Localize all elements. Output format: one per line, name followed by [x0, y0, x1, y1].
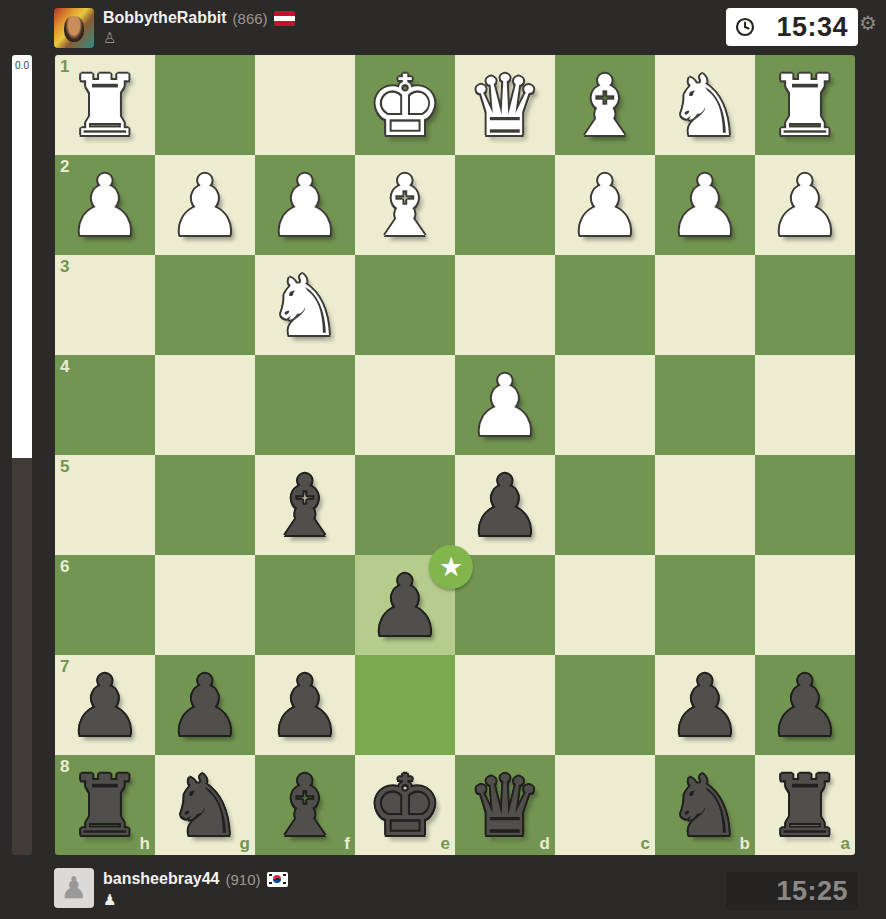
- piece-wP[interactable]: ♟: [555, 155, 655, 255]
- piece-wP[interactable]: ♟: [655, 155, 755, 255]
- piece-wR[interactable]: ♜: [55, 55, 155, 155]
- best-move-star-badge: ★: [429, 545, 473, 589]
- square-d8[interactable]: d♛: [455, 755, 555, 855]
- square-c7[interactable]: [555, 655, 655, 755]
- piece-wP[interactable]: ♟: [55, 155, 155, 255]
- square-f7[interactable]: ♟: [255, 655, 355, 755]
- square-d4[interactable]: ♟: [455, 355, 555, 455]
- rank-label-3: 3: [60, 257, 69, 277]
- top-clock-time: 15:34: [755, 12, 858, 43]
- piece-wN[interactable]: ♞: [655, 55, 755, 155]
- rank-label-5: 5: [60, 457, 69, 477]
- square-h8[interactable]: 8h♜: [55, 755, 155, 855]
- piece-wP[interactable]: ♟: [755, 155, 855, 255]
- square-b7[interactable]: ♟: [655, 655, 755, 755]
- eval-bar: 0.0: [12, 55, 32, 855]
- piece-bN[interactable]: ♞: [655, 755, 755, 855]
- piece-wN[interactable]: ♞: [255, 255, 355, 355]
- square-e2[interactable]: ♝: [355, 155, 455, 255]
- piece-bP[interactable]: ♟: [255, 655, 355, 755]
- square-f8[interactable]: f♝: [255, 755, 355, 855]
- square-h6[interactable]: 6: [55, 555, 155, 655]
- bottom-clock-time: 15:25: [726, 876, 858, 907]
- square-c3[interactable]: [555, 255, 655, 355]
- piece-bP[interactable]: ♟: [655, 655, 755, 755]
- piece-wP[interactable]: ♟: [455, 355, 555, 455]
- file-label-c: c: [641, 834, 650, 854]
- square-e7[interactable]: [355, 655, 455, 755]
- austria-flag-icon: [274, 11, 295, 26]
- piece-wB[interactable]: ♝: [355, 155, 455, 255]
- square-b5[interactable]: [655, 455, 755, 555]
- square-c6[interactable]: [555, 555, 655, 655]
- top-player-name[interactable]: BobbytheRabbit: [103, 9, 227, 27]
- piece-bP[interactable]: ♟: [55, 655, 155, 755]
- square-g4[interactable]: [155, 355, 255, 455]
- square-e1[interactable]: ♚: [355, 55, 455, 155]
- square-a1[interactable]: ♜: [755, 55, 855, 155]
- south-korea-flag-icon: [267, 872, 288, 887]
- square-c2[interactable]: ♟: [555, 155, 655, 255]
- square-d5[interactable]: ♟: [455, 455, 555, 555]
- piece-wR[interactable]: ♜: [755, 55, 855, 155]
- square-b3[interactable]: [655, 255, 755, 355]
- square-b8[interactable]: b♞: [655, 755, 755, 855]
- square-b1[interactable]: ♞: [655, 55, 755, 155]
- eval-bar-white-section: 0.0: [12, 55, 32, 458]
- square-g5[interactable]: [155, 455, 255, 555]
- gear-icon[interactable]: ⚙: [859, 13, 877, 33]
- square-a8[interactable]: a♜: [755, 755, 855, 855]
- square-e8[interactable]: e♚: [355, 755, 455, 855]
- piece-bB[interactable]: ♝: [255, 755, 355, 855]
- square-h1[interactable]: 1♜: [55, 55, 155, 155]
- piece-wP[interactable]: ♟: [255, 155, 355, 255]
- top-player-avatar[interactable]: [54, 8, 94, 48]
- piece-bQ[interactable]: ♛: [455, 755, 555, 855]
- square-d7[interactable]: [455, 655, 555, 755]
- square-f1[interactable]: [255, 55, 355, 155]
- captured-black-pawn-icon: ♙: [103, 31, 116, 46]
- square-a2[interactable]: ♟: [755, 155, 855, 255]
- default-avatar-pawn-icon: ♟: [61, 868, 88, 908]
- square-a5[interactable]: [755, 455, 855, 555]
- square-c8[interactable]: c: [555, 755, 655, 855]
- square-h3[interactable]: 3: [55, 255, 155, 355]
- eval-score: 0.0: [12, 55, 32, 71]
- square-h2[interactable]: 2♟: [55, 155, 155, 255]
- square-f2[interactable]: ♟: [255, 155, 355, 255]
- piece-wP[interactable]: ♟: [155, 155, 255, 255]
- rank-label-4: 4: [60, 357, 69, 377]
- rank-label-6: 6: [60, 557, 69, 577]
- piece-bR[interactable]: ♜: [755, 755, 855, 855]
- square-e5[interactable]: [355, 455, 455, 555]
- square-f3[interactable]: ♞: [255, 255, 355, 355]
- bottom-player-clock: 15:25: [726, 872, 858, 910]
- square-g8[interactable]: g♞: [155, 755, 255, 855]
- square-f6[interactable]: [255, 555, 355, 655]
- bottom-player-rating: (910): [226, 871, 261, 888]
- chess-board: 1♜♚♛♝♞♜2♟♟♟♝♟♟♟3♞4♟5♝♟6♟7♟♟♟♟♟8h♜g♞f♝e♚d…: [55, 55, 855, 855]
- bottom-player-avatar[interactable]: ♟: [54, 868, 94, 908]
- square-b2[interactable]: ♟: [655, 155, 755, 255]
- square-g6[interactable]: [155, 555, 255, 655]
- piece-bB[interactable]: ♝: [255, 455, 355, 555]
- piece-bP[interactable]: ♟: [455, 455, 555, 555]
- square-g3[interactable]: [155, 255, 255, 355]
- square-e3[interactable]: [355, 255, 455, 355]
- square-g2[interactable]: ♟: [155, 155, 255, 255]
- square-b4[interactable]: [655, 355, 755, 455]
- square-h4[interactable]: 4: [55, 355, 155, 455]
- square-h5[interactable]: 5: [55, 455, 155, 555]
- square-d3[interactable]: [455, 255, 555, 355]
- piece-bP[interactable]: ♟: [155, 655, 255, 755]
- piece-bN[interactable]: ♞: [155, 755, 255, 855]
- square-d1[interactable]: ♛: [455, 55, 555, 155]
- square-d2[interactable]: [455, 155, 555, 255]
- piece-wK[interactable]: ♚: [355, 55, 455, 155]
- piece-wB[interactable]: ♝: [555, 55, 655, 155]
- top-player-clock: 15:34: [726, 8, 858, 46]
- square-f4[interactable]: [255, 355, 355, 455]
- captured-white-pawn-icon: ♟: [103, 893, 116, 908]
- star-icon: ★: [439, 545, 463, 589]
- square-c4[interactable]: [555, 355, 655, 455]
- piece-wQ[interactable]: ♛: [455, 55, 555, 155]
- square-e4[interactable]: [355, 355, 455, 455]
- piece-bK[interactable]: ♚: [355, 755, 455, 855]
- square-g1[interactable]: [155, 55, 255, 155]
- square-a4[interactable]: [755, 355, 855, 455]
- top-player-rating: (866): [233, 10, 268, 27]
- piece-bP[interactable]: ♟: [755, 655, 855, 755]
- piece-bR[interactable]: ♜: [55, 755, 155, 855]
- square-a6[interactable]: [755, 555, 855, 655]
- square-g7[interactable]: ♟: [155, 655, 255, 755]
- bottom-player-info: bansheebray44 (910): [103, 870, 288, 888]
- square-c1[interactable]: ♝: [555, 55, 655, 155]
- clock-icon: [735, 17, 755, 37]
- square-c5[interactable]: [555, 455, 655, 555]
- square-b6[interactable]: [655, 555, 755, 655]
- square-h7[interactable]: 7♟: [55, 655, 155, 755]
- square-a7[interactable]: ♟: [755, 655, 855, 755]
- square-f5[interactable]: ♝: [255, 455, 355, 555]
- bottom-player-name[interactable]: bansheebray44: [103, 870, 220, 888]
- square-a3[interactable]: [755, 255, 855, 355]
- top-player-info: BobbytheRabbit (866): [103, 9, 295, 27]
